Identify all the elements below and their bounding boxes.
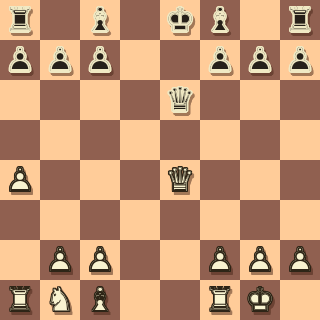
- piece-black-bishop[interactable]: ♝♗: [200, 0, 240, 40]
- piece-black-pawn[interactable]: ♟♙: [240, 40, 280, 80]
- piece-black-rook[interactable]: ♜♖: [280, 0, 320, 40]
- square-h8[interactable]: ♜♖: [280, 0, 320, 40]
- piece-black-king[interactable]: ♚♔: [160, 0, 200, 40]
- square-d5[interactable]: [120, 120, 160, 160]
- piece-black-rook[interactable]: ♜♖: [0, 0, 40, 40]
- square-d4[interactable]: [120, 160, 160, 200]
- piece-detail-lines: ♘: [40, 280, 80, 320]
- square-b6[interactable]: [40, 80, 80, 120]
- piece-black-pawn[interactable]: ♟♙: [80, 40, 120, 80]
- square-c3[interactable]: [80, 200, 120, 240]
- square-c7[interactable]: ♟♙: [80, 40, 120, 80]
- square-f5[interactable]: [200, 120, 240, 160]
- piece-detail-lines: ♙: [200, 240, 240, 280]
- piece-detail-lines: ♕: [160, 160, 200, 200]
- piece-white-rook[interactable]: ♜♖: [200, 280, 240, 320]
- piece-detail-lines: ♙: [80, 40, 120, 80]
- square-a3[interactable]: [0, 200, 40, 240]
- piece-black-bishop[interactable]: ♝♗: [80, 0, 120, 40]
- piece-detail-lines: ♙: [40, 40, 80, 80]
- square-f6[interactable]: [200, 80, 240, 120]
- square-h3[interactable]: [280, 200, 320, 240]
- square-h4[interactable]: [280, 160, 320, 200]
- square-b4[interactable]: [40, 160, 80, 200]
- piece-white-bishop[interactable]: ♝♗: [80, 280, 120, 320]
- square-d1[interactable]: [120, 280, 160, 320]
- square-a4[interactable]: ♟♙: [0, 160, 40, 200]
- square-b1[interactable]: ♞♘: [40, 280, 80, 320]
- square-d7[interactable]: [120, 40, 160, 80]
- chess-board-container: ♜♖♝♗♚♔♝♗♜♖♟♙♟♙♟♙♟♙♟♙♟♙♛♕♟♙♛♕♟♙♟♙♟♙♟♙♟♙♜♖…: [0, 0, 320, 320]
- square-e7[interactable]: [160, 40, 200, 80]
- piece-detail-lines: ♗: [80, 280, 120, 320]
- square-d6[interactable]: [120, 80, 160, 120]
- square-c6[interactable]: [80, 80, 120, 120]
- piece-detail-lines: ♖: [280, 0, 320, 40]
- square-b8[interactable]: [40, 0, 80, 40]
- square-e1[interactable]: [160, 280, 200, 320]
- piece-black-pawn[interactable]: ♟♙: [200, 40, 240, 80]
- piece-detail-lines: ♙: [280, 40, 320, 80]
- square-e6[interactable]: ♛♕: [160, 80, 200, 120]
- square-d8[interactable]: [120, 0, 160, 40]
- square-d2[interactable]: [120, 240, 160, 280]
- square-g6[interactable]: [240, 80, 280, 120]
- square-b2[interactable]: ♟♙: [40, 240, 80, 280]
- square-h7[interactable]: ♟♙: [280, 40, 320, 80]
- piece-white-pawn[interactable]: ♟♙: [280, 240, 320, 280]
- square-g7[interactable]: ♟♙: [240, 40, 280, 80]
- square-f7[interactable]: ♟♙: [200, 40, 240, 80]
- square-b7[interactable]: ♟♙: [40, 40, 80, 80]
- square-h5[interactable]: [280, 120, 320, 160]
- square-h1[interactable]: [280, 280, 320, 320]
- piece-detail-lines: ♖: [0, 280, 40, 320]
- piece-white-pawn[interactable]: ♟♙: [200, 240, 240, 280]
- square-f4[interactable]: [200, 160, 240, 200]
- square-e4[interactable]: ♛♕: [160, 160, 200, 200]
- square-f8[interactable]: ♝♗: [200, 0, 240, 40]
- piece-detail-lines: ♗: [80, 0, 120, 40]
- piece-white-pawn[interactable]: ♟♙: [240, 240, 280, 280]
- piece-white-knight[interactable]: ♞♘: [40, 280, 80, 320]
- square-c5[interactable]: [80, 120, 120, 160]
- piece-detail-lines: ♔: [160, 0, 200, 40]
- square-f2[interactable]: ♟♙: [200, 240, 240, 280]
- square-a7[interactable]: ♟♙: [0, 40, 40, 80]
- square-d3[interactable]: [120, 200, 160, 240]
- piece-white-queen[interactable]: ♛♕: [160, 160, 200, 200]
- piece-white-pawn[interactable]: ♟♙: [80, 240, 120, 280]
- piece-black-pawn[interactable]: ♟♙: [40, 40, 80, 80]
- piece-detail-lines: ♖: [0, 0, 40, 40]
- piece-detail-lines: ♙: [40, 240, 80, 280]
- piece-white-pawn[interactable]: ♟♙: [40, 240, 80, 280]
- square-g5[interactable]: [240, 120, 280, 160]
- square-a6[interactable]: [0, 80, 40, 120]
- square-c8[interactable]: ♝♗: [80, 0, 120, 40]
- square-g8[interactable]: [240, 0, 280, 40]
- square-h6[interactable]: [280, 80, 320, 120]
- square-c4[interactable]: [80, 160, 120, 200]
- piece-detail-lines: ♖: [200, 280, 240, 320]
- piece-white-pawn[interactable]: ♟♙: [0, 160, 40, 200]
- piece-detail-lines: ♙: [240, 40, 280, 80]
- piece-detail-lines: ♗: [200, 0, 240, 40]
- square-g2[interactable]: ♟♙: [240, 240, 280, 280]
- square-c1[interactable]: ♝♗: [80, 280, 120, 320]
- square-e3[interactable]: [160, 200, 200, 240]
- square-e5[interactable]: [160, 120, 200, 160]
- piece-black-pawn[interactable]: ♟♙: [280, 40, 320, 80]
- square-g1[interactable]: ♚♔: [240, 280, 280, 320]
- piece-black-queen[interactable]: ♛♕: [160, 80, 200, 120]
- square-f3[interactable]: [200, 200, 240, 240]
- square-a2[interactable]: [0, 240, 40, 280]
- square-a5[interactable]: [0, 120, 40, 160]
- piece-detail-lines: ♕: [160, 80, 200, 120]
- square-c2[interactable]: ♟♙: [80, 240, 120, 280]
- piece-detail-lines: ♔: [240, 280, 280, 320]
- piece-detail-lines: ♙: [280, 240, 320, 280]
- piece-detail-lines: ♙: [240, 240, 280, 280]
- piece-detail-lines: ♙: [0, 160, 40, 200]
- piece-black-pawn[interactable]: ♟♙: [0, 40, 40, 80]
- piece-white-king[interactable]: ♚♔: [240, 280, 280, 320]
- square-e2[interactable]: [160, 240, 200, 280]
- square-h2[interactable]: ♟♙: [280, 240, 320, 280]
- square-a8[interactable]: ♜♖: [0, 0, 40, 40]
- square-g3[interactable]: [240, 200, 280, 240]
- square-b5[interactable]: [40, 120, 80, 160]
- square-e8[interactable]: ♚♔: [160, 0, 200, 40]
- square-g4[interactable]: [240, 160, 280, 200]
- square-a1[interactable]: ♜♖: [0, 280, 40, 320]
- piece-detail-lines: ♙: [200, 40, 240, 80]
- piece-detail-lines: ♙: [80, 240, 120, 280]
- piece-white-rook[interactable]: ♜♖: [0, 280, 40, 320]
- piece-detail-lines: ♙: [0, 40, 40, 80]
- square-f1[interactable]: ♜♖: [200, 280, 240, 320]
- square-b3[interactable]: [40, 200, 80, 240]
- chess-board: ♜♖♝♗♚♔♝♗♜♖♟♙♟♙♟♙♟♙♟♙♟♙♛♕♟♙♛♕♟♙♟♙♟♙♟♙♟♙♜♖…: [0, 0, 320, 320]
